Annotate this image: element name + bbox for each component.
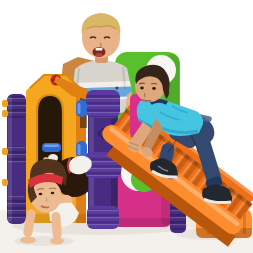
grip-lower-highlight [78,144,81,155]
left-pillar-ribs-mid [7,146,26,164]
girl-right-arm [51,212,62,240]
climber-right-eye [152,87,156,90]
tshirt-logo [115,86,118,89]
left-pillar-ribs-top [7,96,26,118]
pink-panel-base-shade [113,218,171,227]
photo-kids-activity-climber [0,0,253,253]
peg-3 [2,148,8,155]
peg-4 [2,179,8,186]
girl-left-hand [20,236,36,243]
boy-on-top-teeth [96,48,103,51]
girl-right-eye [51,192,55,195]
climber-left-eye [140,87,144,90]
girl-right-hand [50,238,64,245]
rung-highlight [44,145,59,147]
window-blue-rung [42,143,61,152]
grip-upper-highlight [78,103,81,114]
boy-on-top-tongue [96,53,103,57]
left-pillar-ribs-bottom [7,196,26,220]
central-pillar-base-ribs [87,209,119,227]
peg-1 [2,100,8,107]
peg-2 [2,110,8,117]
scene-canvas [0,0,253,253]
girl-left-eye [39,193,43,196]
central-pillar-cap-ribs [86,93,120,117]
climber-mouth [143,100,151,101]
